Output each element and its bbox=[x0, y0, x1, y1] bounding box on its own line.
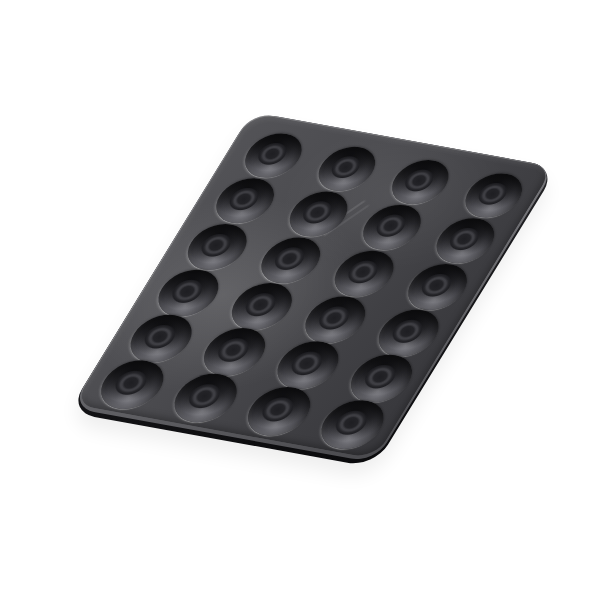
muffin-cup bbox=[368, 305, 449, 360]
muffin-cup bbox=[426, 214, 504, 267]
muffin-cup bbox=[222, 278, 303, 333]
muffin-cup bbox=[382, 156, 458, 208]
muffin-cup bbox=[237, 383, 321, 441]
muffin-cup bbox=[295, 292, 376, 347]
product-photo-canvas bbox=[0, 0, 600, 600]
muffin-cup bbox=[251, 233, 331, 287]
muffin-cup bbox=[193, 324, 276, 380]
muffin-cup bbox=[148, 265, 229, 320]
muffin-cup bbox=[397, 260, 477, 314]
muffin-cup bbox=[235, 129, 311, 181]
muffin-pan bbox=[68, 112, 558, 468]
muffin-cup bbox=[311, 396, 395, 454]
muffin-cup bbox=[177, 220, 257, 274]
muffin-cup bbox=[119, 310, 202, 366]
muffin-cup bbox=[455, 169, 531, 221]
muffin-cup bbox=[339, 350, 422, 406]
cup-grid bbox=[252, 112, 554, 167]
muffin-cup bbox=[90, 356, 174, 414]
muffin-cup bbox=[266, 337, 349, 393]
muffin-cup bbox=[164, 369, 248, 427]
muffin-cup bbox=[206, 174, 284, 227]
muffin-cup bbox=[324, 246, 404, 300]
muffin-cup bbox=[308, 142, 384, 194]
muffin-cup bbox=[279, 188, 357, 241]
